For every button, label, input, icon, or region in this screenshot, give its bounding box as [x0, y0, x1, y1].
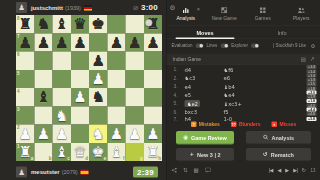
black-knight-b8[interactable]: ♞: [37, 17, 50, 32]
black-king-e8[interactable]: ♚: [91, 17, 104, 32]
white-bishop-f1[interactable]: ♝: [110, 144, 123, 159]
tab-new-game[interactable]: New Game: [205, 5, 244, 21]
square-f7[interactable]: ♟: [107, 33, 125, 51]
square-a5[interactable]: 5: [16, 70, 34, 88]
square-d6[interactable]: [71, 52, 89, 70]
misses-badge-icon: ×: [272, 121, 278, 127]
top-player-name[interactable]: justschmitt: [31, 4, 63, 11]
square-a8[interactable]: 8♜: [16, 15, 34, 33]
white-pawn-d4[interactable]: ♟: [73, 90, 86, 105]
file-label-f: f: [123, 156, 125, 161]
square-c6[interactable]: [53, 52, 71, 70]
square-g4[interactable]: [126, 88, 144, 106]
last-move-button[interactable]: ▶|: [293, 167, 297, 173]
rank-label-3: 3: [17, 107, 20, 112]
square-a7[interactable]: 7♟: [16, 33, 34, 51]
black-move[interactable]: e6: [224, 75, 263, 81]
square-h5[interactable]: [144, 70, 162, 88]
black-rook-a8[interactable]: ♜: [18, 17, 31, 32]
square-f3[interactable]: [107, 106, 125, 124]
toggle-evaluation[interactable]: [196, 43, 204, 48]
rank-label-5: 5: [17, 70, 20, 75]
square-d3[interactable]: [71, 106, 89, 124]
white-move[interactable]: e4: [185, 83, 224, 89]
file-label-c: c: [67, 156, 70, 161]
square-f6[interactable]: [107, 52, 125, 70]
square-c7[interactable]: ♟: [53, 33, 71, 51]
pawn-icon: ♟: [18, 3, 25, 12]
white-move[interactable]: ♞c3: [185, 75, 224, 81]
move-row-5: 5.♞e2♝xc3++1.8+4.5: [167, 99, 320, 108]
expand-icon[interactable]: ↗: [310, 56, 315, 63]
file-label-d: d: [85, 156, 88, 161]
black-pawn-g7[interactable]: ♟: [128, 35, 141, 50]
top-player-clock: 3:00: [141, 3, 158, 12]
move-number: 5.: [174, 101, 185, 107]
move-eval: +2.0+1.9: [295, 91, 317, 100]
bottom-player-bar: ♟ mesutster (2079) 2:39: [0, 164, 166, 180]
file-label-b: b: [49, 156, 52, 161]
move-number: 6.: [174, 109, 185, 115]
move-eval: +4.4+4.6: [295, 108, 317, 117]
move-row-6: 6.bxc3f5+4.4+4.6: [167, 108, 320, 117]
file-label-h: h: [158, 156, 161, 161]
share-icon[interactable]: [172, 167, 178, 173]
square-e4[interactable]: ♞: [89, 88, 107, 106]
rank-label-8: 8: [17, 16, 20, 21]
game-area: ♟ justschmitt (1939) ⊘ 3:00 8♜♞♝♛♚♜7♟♟♟♟…: [0, 0, 166, 180]
square-h3[interactable]: [144, 106, 162, 124]
opening-row: Indian Game ▤ ↗: [167, 54, 320, 65]
rank-label-7: 7: [17, 34, 20, 39]
white-pawn-h2[interactable]: ♟: [146, 126, 159, 141]
review-stats: ?Mistakes??Blunders×Misses: [167, 119, 320, 129]
analysis-toggles: EvaluationLinesExplorer| Stockfish 9 Lit…: [167, 39, 320, 52]
white-move[interactable]: bxc3: [185, 109, 224, 115]
engine-name: | Stockfish 9 Lite: [273, 43, 306, 48]
square-b5[interactable]: [34, 70, 52, 88]
square-c4[interactable]: [53, 88, 71, 106]
app-window: ♟ justschmitt (1939) ⊘ 3:00 8♜♞♝♛♚♜7♟♟♟♟…: [0, 0, 320, 180]
square-e8[interactable]: ♚: [89, 15, 107, 33]
square-e2[interactable]: ♞: [89, 125, 107, 143]
first-move-button[interactable]: |◀: [269, 167, 273, 173]
white-move[interactable]: d4: [185, 66, 224, 72]
avatar[interactable]: ♟: [16, 167, 27, 178]
square-e6[interactable]: ♟: [89, 52, 107, 70]
next-move-button[interactable]: ▶: [285, 167, 288, 173]
square-a2[interactable]: 2♟: [16, 125, 34, 143]
square-h1[interactable]: h♜: [144, 143, 162, 161]
eval-white: +1.4: [307, 74, 317, 78]
move-eval: +1.5+1.8: [295, 82, 317, 91]
move-row-1: 1.d4♞f6+1.3+1.4: [167, 65, 320, 74]
move-eval: +1.3+1.4: [295, 65, 317, 74]
square-h2[interactable]: ♟: [144, 125, 162, 143]
black-pawn-d7[interactable]: ♟: [73, 35, 86, 50]
analysis-panel: ⚙ Analysis×New GameGamesPlayers MovesInf…: [166, 0, 320, 180]
eval-white: +1.5: [307, 82, 317, 86]
square-f8[interactable]: [107, 15, 125, 33]
rank-label-1: 1: [17, 143, 20, 148]
engine-depth: 13: [310, 168, 315, 173]
file-label-g: g: [140, 156, 143, 161]
stat-label: Misses: [280, 121, 297, 127]
opening-name[interactable]: Indian Game: [173, 57, 202, 63]
move-classification-badge: [145, 19, 153, 27]
move-row-2: 2.♞c3e6+1.4+1.3: [167, 74, 320, 83]
file-label-a: a: [31, 156, 34, 161]
move-row-4: 4.e5♞e4+2.0+1.9: [167, 91, 320, 100]
white-pawn-g2[interactable]: ♟: [128, 126, 141, 141]
square-g6[interactable]: [126, 52, 144, 70]
eval-white: +2.0: [307, 91, 317, 95]
square-d2[interactable]: [71, 125, 89, 143]
square-f1[interactable]: f♝: [107, 143, 125, 161]
stat-mistakes: ?Mistakes: [191, 121, 220, 127]
engine-settings-icon[interactable]: ⚙: [311, 42, 316, 49]
square-b8[interactable]: ♞: [34, 15, 52, 33]
white-pawn-e5[interactable]: ♟: [91, 71, 104, 86]
square-d4[interactable]: ♟: [71, 88, 89, 106]
review-scope-icon: ◉: [183, 134, 188, 141]
square-e5[interactable]: ♟: [89, 70, 107, 88]
white-move[interactable]: e5: [185, 92, 224, 98]
square-g2[interactable]: ♟: [126, 125, 144, 143]
square-d5[interactable]: [71, 70, 89, 88]
bottom-player-clock: 2:39: [133, 167, 158, 178]
black-bishop-c8[interactable]: ♝: [55, 17, 68, 32]
white-knight-c3[interactable]: ♞: [55, 108, 68, 123]
file-label-e: e: [104, 156, 107, 161]
tab-games[interactable]: Games: [244, 5, 283, 21]
square-d1[interactable]: d♛: [71, 143, 89, 161]
toggle-label-evaluation: Evaluation: [172, 43, 193, 48]
rematch-icon: ↺: [263, 151, 268, 158]
black-queen-d8[interactable]: ♛: [73, 17, 86, 32]
subtab-info[interactable]: Info: [244, 26, 320, 39]
bottom-player-name[interactable]: mesutster: [31, 169, 60, 176]
toggle-label-explorer: Explorer: [231, 43, 248, 48]
rank-label-4: 4: [17, 89, 20, 94]
tab-label: Analysis: [176, 15, 195, 21]
move-eval: +1.8+4.5: [295, 99, 317, 108]
white-pawn-c2[interactable]: ♟: [55, 126, 68, 141]
no-increment-icon: ⊘: [133, 4, 138, 12]
eval-white: +4.4: [307, 108, 317, 112]
square-g8[interactable]: [126, 15, 144, 33]
top-player-rating: (1939): [65, 5, 81, 11]
move-number: 1.: [174, 67, 185, 73]
game-review-button[interactable]: ◉ Game Review: [176, 131, 234, 144]
board-square-icon: [221, 7, 228, 14]
square-b4[interactable]: ♝: [34, 88, 52, 106]
new-game-button[interactable]: + New 3 | 2: [176, 148, 234, 161]
bottom-toolbar: ⇅ ▦ |◀ ◀ ▶ ▶| ↻ 13: [167, 165, 320, 175]
stat-label: Blunders: [239, 121, 261, 127]
boards-icon[interactable]: ▦: [194, 167, 199, 174]
analysis-bars-icon: [183, 7, 190, 14]
pawn-icon: ♟: [18, 168, 25, 177]
square-f4[interactable]: [107, 88, 125, 106]
black-pawn-h7[interactable]: ♟: [146, 35, 159, 50]
white-pawn-a2[interactable]: ♟: [18, 126, 31, 141]
blunders-badge-icon: ??: [231, 121, 237, 127]
square-a1[interactable]: 1a♜: [16, 143, 34, 161]
subtab-moves[interactable]: Moves: [167, 26, 244, 39]
square-a6[interactable]: 6: [16, 52, 34, 70]
panel-tabs: Analysis×New GameGamesPlayers: [167, 0, 320, 26]
move-eval: +1.4+1.3: [295, 74, 317, 83]
square-c1[interactable]: c♝: [53, 143, 71, 161]
square-h4[interactable]: [144, 88, 162, 106]
tab-label: New Game: [212, 15, 237, 21]
square-a3[interactable]: 3: [16, 106, 34, 124]
plus-icon: +: [189, 151, 194, 158]
black-move[interactable]: f5: [224, 109, 263, 115]
square-a4[interactable]: 4: [16, 88, 34, 106]
eval-white: +1.8: [307, 99, 317, 103]
move-number: 3.: [174, 84, 185, 90]
book-icon[interactable]: ▤: [301, 56, 306, 63]
black-knight-e4[interactable]: ♞: [91, 90, 104, 105]
grid-icon: [260, 7, 267, 14]
stat-label: Mistakes: [199, 121, 220, 127]
square-e3[interactable]: [89, 106, 107, 124]
square-b3[interactable]: [34, 106, 52, 124]
move-row-3: 3.e4♝b4+1.5+1.8: [167, 82, 320, 91]
magnifier-icon: [263, 135, 269, 141]
square-b7[interactable]: ♟: [34, 33, 52, 51]
black-move[interactable]: ♞f6: [224, 66, 263, 72]
flip-board-icon[interactable]: ⇅: [183, 167, 188, 174]
black-pawn-b7[interactable]: ♟: [37, 35, 50, 50]
square-f2[interactable]: ♟: [107, 125, 125, 143]
tab-label: Games: [255, 15, 271, 21]
black-pawn-a7[interactable]: ♟: [18, 35, 31, 50]
square-g5[interactable]: [126, 70, 144, 88]
black-move[interactable]: ♞e4: [224, 92, 263, 98]
square-d8[interactable]: ♛: [71, 15, 89, 33]
tab-players[interactable]: Players: [282, 5, 320, 21]
square-g3[interactable]: [126, 106, 144, 124]
white-pawn-b2[interactable]: ♟: [37, 126, 50, 141]
engine-cycle-icon[interactable]: ↻: [302, 167, 306, 173]
chess-board[interactable]: 8♜♞♝♛♚♜7♟♟♟♟♟♟♟6♟5♟4♝♟♞3♞2♟♟♟♞♟♟♟1a♜bc♝d…: [16, 15, 162, 161]
square-c2[interactable]: ♟: [53, 125, 71, 143]
white-pawn-f2[interactable]: ♟: [110, 126, 123, 141]
toggle-explorer[interactable]: [251, 43, 259, 48]
previous-move-button[interactable]: ◀: [277, 167, 280, 173]
chat-icon[interactable]: [205, 167, 211, 173]
square-c5[interactable]: [53, 70, 71, 88]
square-e1[interactable]: e♚: [89, 143, 107, 161]
rematch-button[interactable]: ↺ Rematch: [246, 148, 311, 161]
square-c8[interactable]: ♝: [53, 15, 71, 33]
rank-label-6: 6: [17, 52, 20, 57]
toggle-label-lines: Lines: [207, 43, 218, 48]
square-d7[interactable]: ♟: [71, 33, 89, 51]
bottom-player-rating: (2079): [62, 169, 78, 175]
square-e7[interactable]: [89, 33, 107, 51]
square-f5[interactable]: [107, 70, 125, 88]
spain-flag-icon: [81, 169, 89, 175]
move-number: 4.: [174, 92, 185, 98]
black-move[interactable]: ♝xc3+: [224, 100, 263, 106]
stat-blunders: ??Blunders: [231, 121, 261, 127]
square-c3[interactable]: ♞: [53, 106, 71, 124]
eval-white: +1.3: [307, 65, 317, 69]
white-knight-e2[interactable]: ♞: [91, 126, 104, 141]
analysis-button[interactable]: Analysis: [246, 131, 311, 144]
stat-misses: ×Misses: [272, 121, 297, 127]
tab-label: Players: [293, 15, 310, 21]
square-g1[interactable]: g: [126, 143, 144, 161]
black-pawn-f7[interactable]: ♟: [110, 35, 123, 50]
panel-subtabs: MovesInfo: [167, 26, 320, 39]
black-bishop-b4[interactable]: ♝: [37, 90, 50, 105]
germany-flag-icon: [84, 5, 92, 11]
people-icon: [298, 7, 306, 14]
mistakes-badge-icon: ?: [191, 121, 197, 127]
square-b6[interactable]: [34, 52, 52, 70]
rank-label-2: 2: [17, 125, 20, 130]
move-number: 2.: [174, 75, 185, 81]
square-h6[interactable]: [144, 52, 162, 70]
square-b1[interactable]: b: [34, 143, 52, 161]
black-pawn-e6[interactable]: ♟: [91, 53, 104, 68]
square-g7[interactable]: ♟: [126, 33, 144, 51]
tab-analysis[interactable]: Analysis×: [167, 5, 206, 21]
black-move[interactable]: ♝b4: [224, 83, 263, 89]
close-tab-icon[interactable]: ×: [197, 6, 200, 12]
black-pawn-c7[interactable]: ♟: [55, 35, 68, 50]
square-b2[interactable]: ♟: [34, 125, 52, 143]
white-move[interactable]: ♞e2: [185, 100, 224, 106]
avatar[interactable]: ♟: [16, 2, 27, 13]
top-player-bar: ♟ justschmitt (1939) ⊘ 3:00: [0, 0, 166, 15]
square-h7[interactable]: ♟: [144, 33, 162, 51]
toggle-lines[interactable]: [220, 43, 228, 48]
move-list: 1.d4♞f6+1.3+1.42.♞c3e6+1.4+1.33.e4♝b4+1.…: [167, 65, 320, 118]
